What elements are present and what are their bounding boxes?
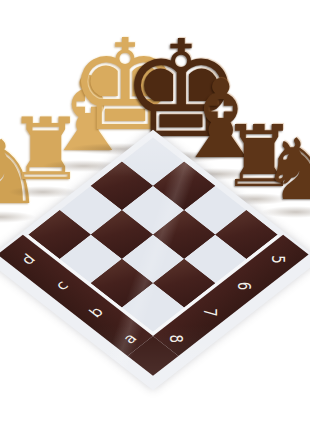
black-knight-piece: ♞	[261, 127, 310, 212]
product-photo-chess-set: ♞ ♜ ♝ ♚ ♚ ♝ ♜ ♞ d c b a 5	[0, 0, 310, 430]
knight-glyph: ♞	[261, 127, 310, 212]
